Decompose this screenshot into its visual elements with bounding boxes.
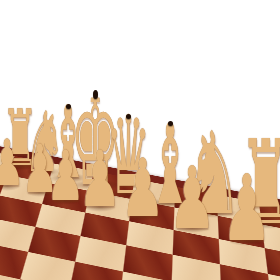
- piece-shadow: [147, 198, 194, 208]
- piece-shadow: [190, 208, 238, 218]
- piece-shadow: [105, 189, 151, 199]
- piece-shadow: [50, 195, 79, 205]
- piece-shadow: [174, 223, 210, 233]
- bishop-finial: [66, 104, 71, 109]
- piece-shadow: [0, 181, 20, 191]
- king-finial: [93, 90, 98, 99]
- piece-shadow: [228, 236, 267, 246]
- piece-shadow: [69, 180, 122, 190]
- piece-shadow: [241, 219, 280, 229]
- piece-shadow: [126, 211, 160, 221]
- pieces-layer: ♜♞♝♚♛♝♞♜♟♟♟♟♟♟♟: [0, 0, 280, 280]
- queen-finial: [126, 114, 131, 119]
- bishop-finial: [168, 121, 173, 126]
- piece-shadow: [26, 187, 54, 197]
- chess-product-photo: ♜♞♝♚♛♝♞♜♟♟♟♟♟♟♟: [0, 0, 280, 280]
- piece-shadow: [84, 202, 117, 212]
